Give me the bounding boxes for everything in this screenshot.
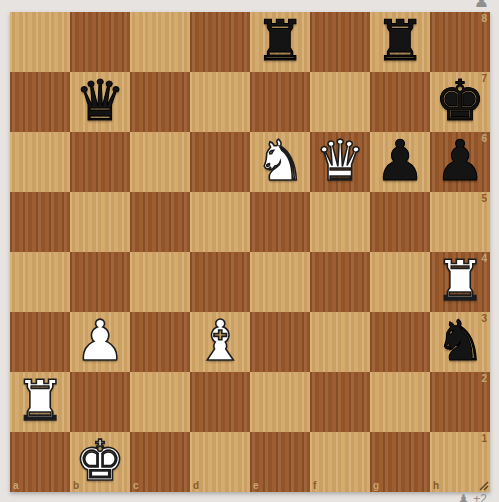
square-e5[interactable] <box>250 192 310 252</box>
square-f5[interactable] <box>310 192 370 252</box>
square-f6[interactable]: ♛ <box>310 132 370 192</box>
square-b3[interactable]: ♟ <box>70 312 130 372</box>
square-g8[interactable]: ♜ <box>370 12 430 72</box>
square-a8[interactable] <box>10 12 70 72</box>
board-resize-handle[interactable] <box>477 479 489 491</box>
square-d3[interactable]: ♝ <box>190 312 250 372</box>
file-label-c: c <box>133 480 139 491</box>
square-b7[interactable]: ♛ <box>70 72 130 132</box>
rank-label-8: 8 <box>481 13 487 24</box>
captured-pawn-icon: ♟ <box>474 0 489 10</box>
file-label-a: a <box>13 480 19 491</box>
square-h6[interactable]: 6♟ <box>430 132 490 192</box>
square-e6[interactable]: ♞ <box>250 132 310 192</box>
square-d5[interactable] <box>190 192 250 252</box>
game-stage: ♟ ♜♜8♛7♚♞♛♟6♟54♜♟♝3♞♜2ab♚cdefg1h ♟ +2 <box>0 0 499 502</box>
square-c8[interactable] <box>130 12 190 72</box>
square-b2[interactable] <box>70 372 130 432</box>
square-g5[interactable] <box>370 192 430 252</box>
square-c1[interactable]: c <box>130 432 190 492</box>
square-b8[interactable] <box>70 12 130 72</box>
square-c2[interactable] <box>130 372 190 432</box>
square-g3[interactable] <box>370 312 430 372</box>
square-d1[interactable]: d <box>190 432 250 492</box>
square-c5[interactable] <box>130 192 190 252</box>
square-d4[interactable] <box>190 252 250 312</box>
piece-white-king-b1[interactable]: ♚ <box>75 433 125 489</box>
square-e2[interactable] <box>250 372 310 432</box>
square-a7[interactable] <box>10 72 70 132</box>
square-b6[interactable] <box>70 132 130 192</box>
square-h4[interactable]: 4♜ <box>430 252 490 312</box>
rank-label-1: 1 <box>481 433 487 444</box>
square-f8[interactable] <box>310 12 370 72</box>
piece-black-pawn-g6[interactable]: ♟ <box>375 133 425 189</box>
square-c3[interactable] <box>130 312 190 372</box>
material-advantage: ♟ +2 <box>457 493 487 502</box>
piece-black-knight-h3[interactable]: ♞ <box>435 313 485 369</box>
file-label-h: h <box>433 480 439 491</box>
square-h5[interactable]: 5 <box>430 192 490 252</box>
file-label-e: e <box>253 480 259 491</box>
square-g2[interactable] <box>370 372 430 432</box>
square-g4[interactable] <box>370 252 430 312</box>
rank-label-2: 2 <box>481 373 487 384</box>
square-d6[interactable] <box>190 132 250 192</box>
chess-board: ♜♜8♛7♚♞♛♟6♟54♜♟♝3♞♜2ab♚cdefg1h <box>10 12 490 492</box>
square-f2[interactable] <box>310 372 370 432</box>
piece-white-rook-h4[interactable]: ♜ <box>435 253 485 309</box>
file-label-g: g <box>373 480 379 491</box>
square-e4[interactable] <box>250 252 310 312</box>
piece-black-rook-e8[interactable]: ♜ <box>255 13 305 69</box>
square-e1[interactable]: e <box>250 432 310 492</box>
square-e3[interactable] <box>250 312 310 372</box>
square-c4[interactable] <box>130 252 190 312</box>
square-f1[interactable]: f <box>310 432 370 492</box>
rank-label-5: 5 <box>481 193 487 204</box>
square-a2[interactable]: ♜ <box>10 372 70 432</box>
piece-white-rook-a2[interactable]: ♜ <box>15 373 65 429</box>
square-c6[interactable] <box>130 132 190 192</box>
square-c7[interactable] <box>130 72 190 132</box>
square-h2[interactable]: 2 <box>430 372 490 432</box>
square-e7[interactable] <box>250 72 310 132</box>
piece-white-queen-f6[interactable]: ♛ <box>315 133 365 189</box>
square-f7[interactable] <box>310 72 370 132</box>
piece-white-bishop-d3[interactable]: ♝ <box>195 313 245 369</box>
file-label-d: d <box>193 480 199 491</box>
piece-white-pawn-b3[interactable]: ♟ <box>75 313 125 369</box>
piece-white-knight-e6[interactable]: ♞ <box>255 133 305 189</box>
square-g7[interactable] <box>370 72 430 132</box>
piece-black-pawn-h6[interactable]: ♟ <box>435 133 485 189</box>
square-d8[interactable] <box>190 12 250 72</box>
square-h8[interactable]: 8 <box>430 12 490 72</box>
square-d2[interactable] <box>190 372 250 432</box>
piece-black-rook-g8[interactable]: ♜ <box>375 13 425 69</box>
square-f3[interactable] <box>310 312 370 372</box>
square-a5[interactable] <box>10 192 70 252</box>
square-a3[interactable] <box>10 312 70 372</box>
square-h3[interactable]: 3♞ <box>430 312 490 372</box>
square-a4[interactable] <box>10 252 70 312</box>
square-a1[interactable]: a <box>10 432 70 492</box>
square-d7[interactable] <box>190 72 250 132</box>
square-b4[interactable] <box>70 252 130 312</box>
captured-pawn-icon: ♟ <box>457 493 470 502</box>
material-advantage-value: +2 <box>473 493 487 502</box>
square-b5[interactable] <box>70 192 130 252</box>
piece-black-king-h7[interactable]: ♚ <box>435 73 485 129</box>
square-f4[interactable] <box>310 252 370 312</box>
square-b1[interactable]: b♚ <box>70 432 130 492</box>
square-e8[interactable]: ♜ <box>250 12 310 72</box>
square-g1[interactable]: g <box>370 432 430 492</box>
square-g6[interactable]: ♟ <box>370 132 430 192</box>
file-label-f: f <box>313 480 316 491</box>
piece-black-queen-b7[interactable]: ♛ <box>75 73 125 129</box>
square-h7[interactable]: 7♚ <box>430 72 490 132</box>
square-a6[interactable] <box>10 132 70 192</box>
